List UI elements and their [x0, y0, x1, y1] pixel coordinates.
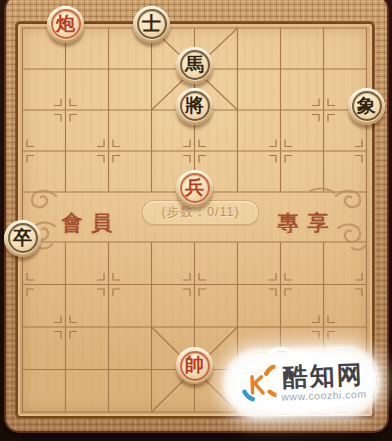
piece-ring: 炮	[51, 9, 81, 39]
piece-ring: 象	[352, 91, 382, 121]
piece-ring: 將	[180, 91, 210, 121]
piece-red-general[interactable]: 帥	[176, 347, 213, 384]
piece-black-advisor[interactable]: 士	[133, 6, 170, 43]
piece-character: 兵	[185, 178, 204, 197]
piece-black-elephant[interactable]: 象	[348, 88, 385, 125]
coozhi-logo-icon	[237, 364, 276, 403]
piece-red-soldier[interactable]: 兵	[176, 170, 213, 207]
piece-character: 士	[142, 14, 161, 33]
piece-character: 卒	[13, 228, 32, 247]
piece-ring: 帥	[180, 351, 210, 381]
piece-black-general[interactable]: 將	[176, 88, 213, 125]
piece-ring: 卒	[8, 223, 38, 253]
piece-character: 炮	[56, 14, 75, 33]
piece-ring: 馬	[180, 50, 210, 80]
xiangqi-game-screen: 會員 專享 (步数：0/11) 炮士馬將象兵卒帥卒 酷知网 www.coozhi…	[0, 0, 392, 441]
piece-black-soldier[interactable]: 卒	[4, 220, 41, 257]
piece-black-horse[interactable]: 馬	[176, 47, 213, 84]
piece-ring: 兵	[180, 173, 210, 203]
piece-character: 馬	[185, 55, 204, 74]
piece-character: 象	[357, 96, 376, 115]
piece-red-cannon[interactable]: 炮	[47, 6, 84, 43]
piece-character: 將	[185, 96, 204, 115]
watermark-site-name: 酷知网	[282, 361, 364, 390]
piece-character: 帥	[185, 355, 204, 374]
watermark: 酷知网 www.coozhi.com	[226, 348, 378, 416]
watermark-text: 酷知网 www.coozhi.com	[280, 361, 366, 402]
watermark-url: www.coozhi.com	[281, 387, 367, 402]
piece-ring: 士	[137, 9, 167, 39]
